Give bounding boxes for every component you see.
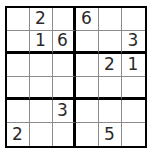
cell-r2c2[interactable]: 1 — [30, 31, 53, 54]
cell-r4c6[interactable] — [122, 77, 145, 100]
cell-r6c4[interactable] — [76, 123, 99, 146]
cell-r3c1[interactable] — [7, 54, 30, 77]
cell-r4c2[interactable] — [30, 77, 53, 100]
cell-r5c3[interactable]: 3 — [53, 100, 76, 123]
cell-r4c4[interactable] — [76, 77, 99, 100]
cell-r4c1[interactable] — [7, 77, 30, 100]
cell-r5c2[interactable] — [30, 100, 53, 123]
cell-r2c1[interactable] — [7, 31, 30, 54]
sudoku-board: 2616321325 — [5, 6, 147, 148]
cell-r4c3[interactable] — [53, 77, 76, 100]
cell-r5c5[interactable] — [99, 100, 122, 123]
cell-r1c5[interactable] — [99, 8, 122, 31]
cell-r3c6[interactable]: 1 — [122, 54, 145, 77]
cell-r3c2[interactable] — [30, 54, 53, 77]
cell-r2c5[interactable] — [99, 31, 122, 54]
cell-r2c6[interactable]: 3 — [122, 31, 145, 54]
cell-r3c4[interactable] — [76, 54, 99, 77]
cell-r5c4[interactable] — [76, 100, 99, 123]
cell-r5c6[interactable] — [122, 100, 145, 123]
cell-r1c6[interactable] — [122, 8, 145, 31]
cell-r1c2[interactable]: 2 — [30, 8, 53, 31]
cell-r1c4[interactable]: 6 — [76, 8, 99, 31]
cell-r1c1[interactable] — [7, 8, 30, 31]
cell-r6c1[interactable]: 2 — [7, 123, 30, 146]
cell-r2c3[interactable]: 6 — [53, 31, 76, 54]
cell-r3c3[interactable] — [53, 54, 76, 77]
sudoku-page: 2616321325 — [0, 0, 151, 153]
cell-r6c5[interactable]: 5 — [99, 123, 122, 146]
cell-r3c5[interactable]: 2 — [99, 54, 122, 77]
cell-r6c6[interactable] — [122, 123, 145, 146]
cell-r5c1[interactable] — [7, 100, 30, 123]
cell-r6c3[interactable] — [53, 123, 76, 146]
cell-r4c5[interactable] — [99, 77, 122, 100]
cell-r1c3[interactable] — [53, 8, 76, 31]
cell-r2c4[interactable] — [76, 31, 99, 54]
cell-r6c2[interactable] — [30, 123, 53, 146]
